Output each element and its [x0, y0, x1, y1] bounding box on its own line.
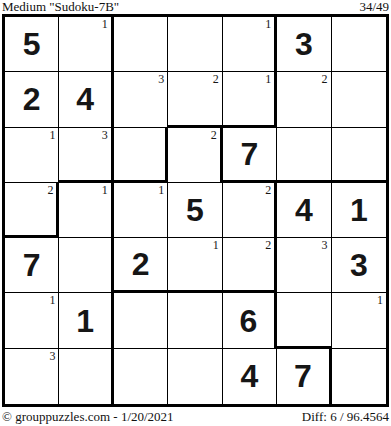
sudoku-cell-r4c6[interactable]: 4 [277, 183, 331, 238]
sudoku-cell-r3c2[interactable]: 3 [59, 128, 113, 183]
given-digit: 1 [76, 305, 94, 337]
copyright-credit: © grouppuzzles.com - 1/20/2021 [2, 409, 174, 424]
sudoku-cell-r7c7[interactable] [332, 349, 386, 404]
pencil-mark: 1 [49, 128, 55, 142]
sudoku-cell-r5c4[interactable]: 1 [168, 238, 222, 293]
given-digit: 4 [241, 360, 259, 392]
pencil-mark: 2 [322, 72, 328, 86]
sudoku-cell-r3c6[interactable] [277, 128, 331, 183]
sudoku-cell-r5c5[interactable]: 2 [223, 238, 277, 293]
sudoku-cell-r4c1[interactable]: 2 [5, 183, 59, 238]
pencil-mark: 3 [102, 128, 108, 142]
sudoku-cell-r1c3[interactable] [114, 17, 168, 72]
sudoku-cell-r6c4[interactable] [168, 293, 222, 348]
sudoku-cell-r3c7[interactable] [332, 128, 386, 183]
sudoku-cell-r6c3[interactable] [114, 293, 168, 348]
sudoku-cell-r7c1[interactable]: 3 [5, 349, 59, 404]
sudoku-cell-r6c6[interactable] [277, 293, 331, 348]
sudoku-cell-r4c2[interactable]: 1 [59, 183, 113, 238]
sudoku-cell-r1c6[interactable]: 3 [277, 17, 331, 72]
given-digit: 5 [23, 28, 41, 60]
sudoku-cell-r5c6[interactable]: 3 [277, 238, 331, 293]
pencil-mark: 2 [211, 128, 217, 142]
pencil-mark: 2 [47, 183, 53, 197]
sudoku-cell-r5c7[interactable]: 3 [332, 238, 386, 293]
sudoku-cell-r4c7[interactable]: 1 [332, 183, 386, 238]
sudoku-cell-r2c2[interactable]: 4 [59, 72, 113, 127]
sudoku-cell-r3c4[interactable]: 2 [168, 128, 222, 183]
given-digit: 4 [295, 194, 313, 226]
sudoku-cell-r3c3[interactable] [114, 128, 168, 183]
sudoku-cell-r1c4[interactable] [168, 17, 222, 72]
given-digit: 3 [350, 249, 368, 281]
sudoku-cell-r1c2[interactable]: 1 [59, 17, 113, 72]
sudoku-cell-r1c5[interactable]: 1 [223, 17, 277, 72]
given-digit: 7 [23, 249, 41, 281]
sudoku-cell-r6c1[interactable]: 1 [5, 293, 59, 348]
sudoku-cell-r5c1[interactable]: 7 [5, 238, 59, 293]
pencil-mark: 1 [102, 183, 108, 197]
sudoku-cell-r5c3[interactable]: 2 [114, 238, 168, 293]
sudoku-cell-r7c4[interactable] [168, 349, 222, 404]
pencil-mark: 2 [213, 72, 219, 86]
given-digit: 5 [186, 194, 204, 226]
given-digit: 4 [76, 83, 94, 115]
sudoku-cell-r3c5[interactable]: 7 [223, 128, 277, 183]
given-digit: 7 [241, 138, 259, 170]
given-digit: 2 [23, 83, 41, 115]
pencil-mark: 1 [265, 72, 271, 86]
sudoku-cell-r4c5[interactable]: 2 [223, 183, 277, 238]
sudoku-cell-r6c7[interactable]: 1 [332, 293, 386, 348]
pencil-mark: 1 [158, 183, 164, 197]
sudoku-cell-r1c1[interactable]: 5 [5, 17, 59, 72]
sudoku-cell-r2c3[interactable]: 3 [114, 72, 168, 127]
sudoku-cell-r2c6[interactable]: 2 [277, 72, 331, 127]
pencil-mark: 1 [265, 17, 271, 31]
pencil-mark: 1 [49, 293, 55, 307]
pencil-mark: 2 [265, 238, 271, 252]
sudoku-cell-r4c3[interactable]: 1 [114, 183, 168, 238]
sudoku-page: Medium "Sudoku-7B" 34/49 511324321213272… [0, 0, 391, 426]
difficulty-label: Diff: 6 / 96.4564 [302, 409, 389, 424]
pencil-mark: 3 [158, 72, 164, 86]
page-footer: © grouppuzzles.com - 1/20/2021 Diff: 6 /… [2, 409, 389, 424]
sudoku-cell-r7c3[interactable] [114, 349, 168, 404]
pencil-mark: 1 [102, 17, 108, 31]
pencil-mark: 2 [265, 183, 271, 197]
sudoku-cell-r1c7[interactable] [332, 17, 386, 72]
sudoku-cell-r5c2[interactable] [59, 238, 113, 293]
pencil-mark: 3 [49, 349, 55, 363]
given-digit: 7 [294, 360, 312, 392]
sudoku-cell-r2c4[interactable]: 2 [168, 72, 222, 127]
sudoku-grid: 5113243212132721152417212331161347 [2, 14, 389, 407]
given-digit: 6 [240, 305, 258, 337]
pencil-mark: 1 [377, 293, 383, 307]
pencil-mark: 1 [213, 238, 219, 252]
sudoku-cell-r7c2[interactable] [59, 349, 113, 404]
sudoku-cell-r6c5[interactable]: 6 [223, 293, 277, 348]
pencil-mark: 3 [322, 238, 328, 252]
puzzle-title: Medium "Sudoku-7B" [2, 0, 119, 13]
sudoku-cell-r7c6[interactable]: 7 [277, 349, 331, 404]
sudoku-cell-r4c4[interactable]: 5 [168, 183, 222, 238]
sudoku-cell-r2c5[interactable]: 1 [223, 72, 277, 127]
sudoku-cell-r3c1[interactable]: 1 [5, 128, 59, 183]
sudoku-cell-r7c5[interactable]: 4 [223, 349, 277, 404]
sudoku-cell-r2c1[interactable]: 2 [5, 72, 59, 127]
given-digit: 3 [295, 28, 313, 60]
sudoku-cell-r6c2[interactable]: 1 [59, 293, 113, 348]
sudoku-cell-r2c7[interactable] [332, 72, 386, 127]
remaining-counter: 34/49 [359, 0, 389, 13]
given-digit: 1 [350, 194, 368, 226]
given-digit: 2 [132, 248, 150, 280]
page-header: Medium "Sudoku-7B" 34/49 [2, 0, 389, 13]
